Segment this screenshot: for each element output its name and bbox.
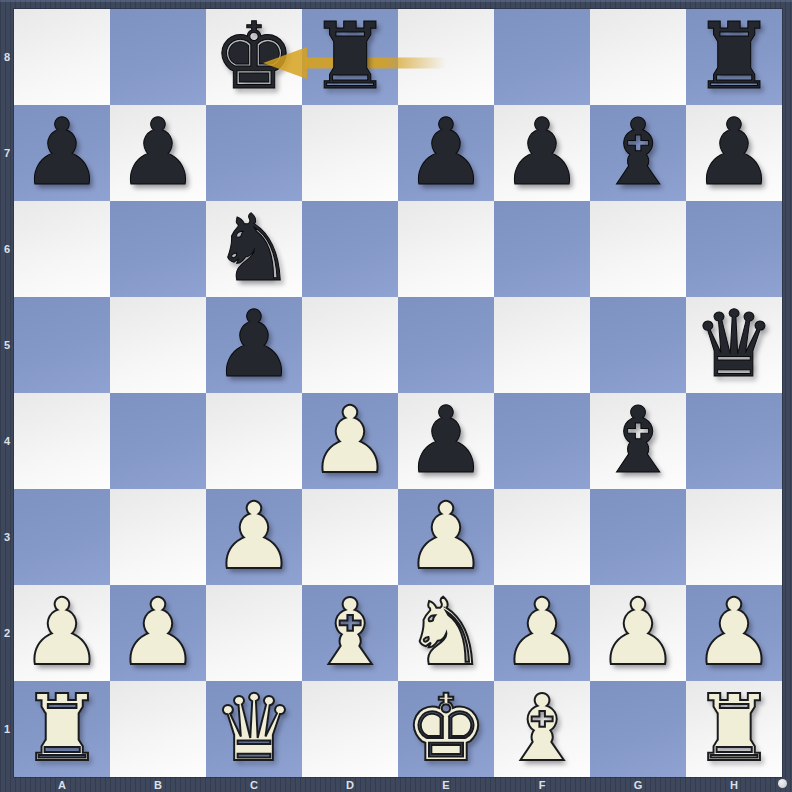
file-label-b: B [110,777,206,792]
square-f1[interactable]: ♝ [494,681,590,777]
square-g4[interactable]: ♝ [590,393,686,489]
board-frame: 87654321 ♚♜♜♟♟♟♟♝♟♞♟♛♟♟♝♟♟♟♟♝♞♟♟♟♜♛♚♝♜ A… [0,0,792,792]
square-c8[interactable]: ♚ [206,9,302,105]
square-a1[interactable]: ♜ [14,681,110,777]
black-pawn[interactable]: ♟ [405,105,487,201]
square-f5[interactable] [494,297,590,393]
black-queen[interactable]: ♛ [693,297,775,393]
white-bishop[interactable]: ♝ [309,585,391,681]
square-h4[interactable] [686,393,782,489]
white-bishop[interactable]: ♝ [501,681,583,777]
square-d3[interactable] [302,489,398,585]
square-g2[interactable]: ♟ [590,585,686,681]
square-a2[interactable]: ♟ [14,585,110,681]
file-label-d: D [302,777,398,792]
square-b5[interactable] [110,297,206,393]
square-c7[interactable] [206,105,302,201]
white-queen[interactable]: ♛ [213,681,295,777]
square-e7[interactable]: ♟ [398,105,494,201]
black-king[interactable]: ♚ [213,9,295,105]
board-resize-handle[interactable] [778,779,787,788]
square-e3[interactable]: ♟ [398,489,494,585]
rank-label-3: 3 [0,489,14,585]
rank-labels: 87654321 [0,9,14,777]
square-c1[interactable]: ♛ [206,681,302,777]
file-labels: ABCDEFGH [14,777,782,792]
square-b8[interactable] [110,9,206,105]
square-a8[interactable] [14,9,110,105]
square-b6[interactable] [110,201,206,297]
square-b3[interactable] [110,489,206,585]
square-g6[interactable] [590,201,686,297]
square-g7[interactable]: ♝ [590,105,686,201]
square-c2[interactable] [206,585,302,681]
black-bishop[interactable]: ♝ [597,393,679,489]
white-pawn[interactable]: ♟ [117,585,199,681]
square-e4[interactable]: ♟ [398,393,494,489]
square-b4[interactable] [110,393,206,489]
rank-label-2: 2 [0,585,14,681]
square-c4[interactable] [206,393,302,489]
square-f7[interactable]: ♟ [494,105,590,201]
square-a5[interactable] [14,297,110,393]
square-e2[interactable]: ♞ [398,585,494,681]
square-d8[interactable]: ♜ [302,9,398,105]
square-f3[interactable] [494,489,590,585]
rank-label-7: 7 [0,105,14,201]
chess-board: ♚♜♜♟♟♟♟♝♟♞♟♛♟♟♝♟♟♟♟♝♞♟♟♟♜♛♚♝♜ [14,9,782,777]
square-c3[interactable]: ♟ [206,489,302,585]
square-d2[interactable]: ♝ [302,585,398,681]
square-h5[interactable]: ♛ [686,297,782,393]
rank-label-1: 1 [0,681,14,777]
file-label-g: G [590,777,686,792]
square-a4[interactable] [14,393,110,489]
black-rook[interactable]: ♜ [693,9,775,105]
square-b7[interactable]: ♟ [110,105,206,201]
square-c6[interactable]: ♞ [206,201,302,297]
black-pawn[interactable]: ♟ [693,105,775,201]
square-g5[interactable] [590,297,686,393]
black-rook[interactable]: ♜ [309,9,391,105]
white-pawn[interactable]: ♟ [501,585,583,681]
square-a7[interactable]: ♟ [14,105,110,201]
white-knight[interactable]: ♞ [405,585,487,681]
square-h3[interactable] [686,489,782,585]
square-g3[interactable] [590,489,686,585]
white-pawn[interactable]: ♟ [693,585,775,681]
black-knight[interactable]: ♞ [213,201,295,297]
white-king[interactable]: ♚ [405,681,487,777]
white-pawn[interactable]: ♟ [309,393,391,489]
square-d1[interactable] [302,681,398,777]
white-pawn[interactable]: ♟ [405,489,487,585]
black-pawn[interactable]: ♟ [21,105,103,201]
white-pawn[interactable]: ♟ [597,585,679,681]
square-e8[interactable] [398,9,494,105]
square-a3[interactable] [14,489,110,585]
square-f4[interactable] [494,393,590,489]
black-pawn[interactable]: ♟ [501,105,583,201]
square-e6[interactable] [398,201,494,297]
rank-label-5: 5 [0,297,14,393]
rank-label-8: 8 [0,9,14,105]
square-d7[interactable] [302,105,398,201]
square-c5[interactable]: ♟ [206,297,302,393]
square-b1[interactable] [110,681,206,777]
black-bishop[interactable]: ♝ [597,105,679,201]
white-rook[interactable]: ♜ [693,681,775,777]
square-h2[interactable]: ♟ [686,585,782,681]
square-f6[interactable] [494,201,590,297]
square-a6[interactable] [14,201,110,297]
square-f8[interactable] [494,9,590,105]
square-h6[interactable] [686,201,782,297]
square-g8[interactable] [590,9,686,105]
rank-label-4: 4 [0,393,14,489]
square-e5[interactable] [398,297,494,393]
square-h8[interactable]: ♜ [686,9,782,105]
square-h1[interactable]: ♜ [686,681,782,777]
square-g1[interactable] [590,681,686,777]
square-e1[interactable]: ♚ [398,681,494,777]
rank-label-6: 6 [0,201,14,297]
black-pawn[interactable]: ♟ [405,393,487,489]
black-pawn[interactable]: ♟ [213,297,295,393]
square-d5[interactable] [302,297,398,393]
square-d4[interactable]: ♟ [302,393,398,489]
square-b2[interactable]: ♟ [110,585,206,681]
black-pawn[interactable]: ♟ [117,105,199,201]
square-h7[interactable]: ♟ [686,105,782,201]
square-d6[interactable] [302,201,398,297]
white-rook[interactable]: ♜ [21,681,103,777]
white-pawn[interactable]: ♟ [21,585,103,681]
white-pawn[interactable]: ♟ [213,489,295,585]
square-f2[interactable]: ♟ [494,585,590,681]
